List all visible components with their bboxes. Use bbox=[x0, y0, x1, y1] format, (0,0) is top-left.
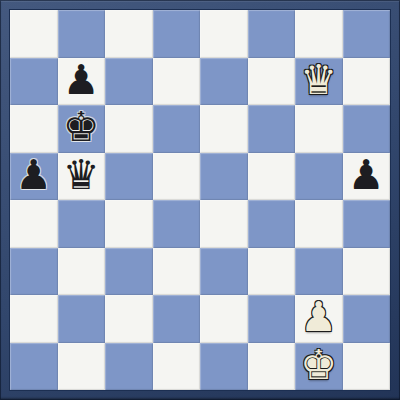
square-d7[interactable] bbox=[153, 58, 201, 106]
square-d5[interactable] bbox=[153, 153, 201, 201]
square-e4[interactable] bbox=[200, 200, 248, 248]
piece-white-king[interactable]: ♚ bbox=[300, 345, 337, 386]
square-b4[interactable] bbox=[58, 200, 106, 248]
square-c4[interactable] bbox=[105, 200, 153, 248]
square-a6[interactable] bbox=[10, 105, 58, 153]
square-a7[interactable] bbox=[10, 58, 58, 106]
square-c1[interactable] bbox=[105, 343, 153, 391]
square-d4[interactable] bbox=[153, 200, 201, 248]
piece-black-queen[interactable]: ♛ bbox=[63, 155, 100, 196]
square-g5[interactable] bbox=[295, 153, 343, 201]
square-e6[interactable] bbox=[200, 105, 248, 153]
square-e7[interactable] bbox=[200, 58, 248, 106]
square-d3[interactable] bbox=[153, 248, 201, 296]
piece-black-pawn[interactable]: ♟ bbox=[15, 155, 52, 196]
square-g7[interactable]: ♛ bbox=[295, 58, 343, 106]
square-h7[interactable] bbox=[343, 58, 391, 106]
square-f6[interactable] bbox=[248, 105, 296, 153]
square-c8[interactable] bbox=[105, 10, 153, 58]
square-e2[interactable] bbox=[200, 295, 248, 343]
square-e8[interactable] bbox=[200, 10, 248, 58]
square-b7[interactable]: ♟ bbox=[58, 58, 106, 106]
square-e3[interactable] bbox=[200, 248, 248, 296]
square-a5[interactable]: ♟ bbox=[10, 153, 58, 201]
square-d6[interactable] bbox=[153, 105, 201, 153]
square-c2[interactable] bbox=[105, 295, 153, 343]
square-a1[interactable] bbox=[10, 343, 58, 391]
square-b2[interactable] bbox=[58, 295, 106, 343]
square-f5[interactable] bbox=[248, 153, 296, 201]
square-f8[interactable] bbox=[248, 10, 296, 58]
square-b8[interactable] bbox=[58, 10, 106, 58]
square-d1[interactable] bbox=[153, 343, 201, 391]
square-a4[interactable] bbox=[10, 200, 58, 248]
square-g4[interactable] bbox=[295, 200, 343, 248]
piece-black-pawn[interactable]: ♟ bbox=[348, 155, 385, 196]
square-f7[interactable] bbox=[248, 58, 296, 106]
square-h5[interactable]: ♟ bbox=[343, 153, 391, 201]
square-h8[interactable] bbox=[343, 10, 391, 58]
square-d2[interactable] bbox=[153, 295, 201, 343]
square-h1[interactable] bbox=[343, 343, 391, 391]
square-b5[interactable]: ♛ bbox=[58, 153, 106, 201]
piece-black-pawn[interactable]: ♟ bbox=[63, 60, 100, 101]
square-b6[interactable]: ♚ bbox=[58, 105, 106, 153]
chess-board: ♟♛♚♟♛♟♟♚ bbox=[10, 10, 390, 390]
square-h4[interactable] bbox=[343, 200, 391, 248]
square-f3[interactable] bbox=[248, 248, 296, 296]
square-d8[interactable] bbox=[153, 10, 201, 58]
square-g8[interactable] bbox=[295, 10, 343, 58]
square-e5[interactable] bbox=[200, 153, 248, 201]
square-g6[interactable] bbox=[295, 105, 343, 153]
square-a8[interactable] bbox=[10, 10, 58, 58]
square-c6[interactable] bbox=[105, 105, 153, 153]
square-f1[interactable] bbox=[248, 343, 296, 391]
board-frame: ♟♛♚♟♛♟♟♚ bbox=[0, 0, 400, 400]
square-c3[interactable] bbox=[105, 248, 153, 296]
square-g3[interactable] bbox=[295, 248, 343, 296]
square-f4[interactable] bbox=[248, 200, 296, 248]
square-h2[interactable] bbox=[343, 295, 391, 343]
square-a2[interactable] bbox=[10, 295, 58, 343]
piece-white-pawn[interactable]: ♟ bbox=[300, 297, 337, 338]
square-c5[interactable] bbox=[105, 153, 153, 201]
square-a3[interactable] bbox=[10, 248, 58, 296]
square-b3[interactable] bbox=[58, 248, 106, 296]
piece-white-queen[interactable]: ♛ bbox=[300, 60, 337, 101]
square-e1[interactable] bbox=[200, 343, 248, 391]
square-c7[interactable] bbox=[105, 58, 153, 106]
square-h3[interactable] bbox=[343, 248, 391, 296]
square-g2[interactable]: ♟ bbox=[295, 295, 343, 343]
square-b1[interactable] bbox=[58, 343, 106, 391]
square-g1[interactable]: ♚ bbox=[295, 343, 343, 391]
piece-black-king[interactable]: ♚ bbox=[63, 107, 100, 148]
square-h6[interactable] bbox=[343, 105, 391, 153]
square-f2[interactable] bbox=[248, 295, 296, 343]
